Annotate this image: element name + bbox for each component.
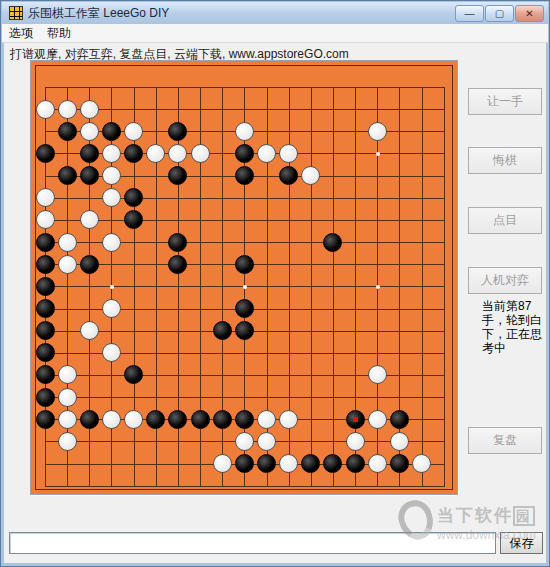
white-stone — [368, 122, 387, 141]
white-stone — [235, 122, 254, 141]
star-point — [376, 285, 380, 289]
title-bar: 乐围棋工作室 LeeeGo DIY — ▢ ✕ — [2, 2, 548, 24]
white-stone — [191, 144, 210, 163]
black-stone — [168, 255, 187, 274]
white-stone — [257, 144, 276, 163]
white-stone — [412, 454, 431, 473]
minimize-button[interactable]: — — [455, 5, 484, 22]
grid-line-v — [444, 87, 445, 487]
black-stone — [36, 299, 55, 318]
white-stone — [257, 432, 276, 451]
white-stone — [257, 410, 276, 429]
menu-bar: 选项 帮助 — [2, 24, 548, 43]
black-stone — [257, 454, 276, 473]
black-stone — [36, 255, 55, 274]
black-stone — [58, 122, 77, 141]
go-board[interactable] — [30, 60, 458, 495]
black-stone — [213, 321, 232, 340]
white-stone — [279, 410, 298, 429]
caption-buttons: — ▢ ✕ — [455, 5, 544, 22]
app-window: 乐围棋工作室 LeeeGo DIY — ▢ ✕ 选项 帮助 打谱观摩, 对弈互弈… — [0, 0, 550, 567]
grid-line-h — [45, 486, 445, 487]
message-input[interactable] — [9, 532, 496, 554]
white-stone — [36, 100, 55, 119]
window-title: 乐围棋工作室 LeeeGo DIY — [28, 5, 455, 22]
white-stone — [80, 100, 99, 119]
white-stone — [390, 432, 409, 451]
white-stone — [58, 365, 77, 384]
white-stone — [80, 321, 99, 340]
white-stone — [80, 122, 99, 141]
white-stone — [168, 144, 187, 163]
black-stone — [168, 122, 187, 141]
black-stone — [279, 166, 298, 185]
count-button[interactable]: 点目 — [468, 207, 542, 234]
black-stone — [235, 454, 254, 473]
black-stone — [346, 454, 365, 473]
white-stone — [102, 188, 121, 207]
star-point — [376, 152, 380, 156]
black-stone — [36, 233, 55, 252]
white-stone — [124, 122, 143, 141]
white-stone — [58, 388, 77, 407]
black-stone — [235, 410, 254, 429]
black-stone — [80, 255, 99, 274]
black-stone — [124, 188, 143, 207]
close-button[interactable]: ✕ — [515, 5, 544, 22]
white-stone — [279, 144, 298, 163]
white-stone — [368, 365, 387, 384]
black-stone — [58, 166, 77, 185]
black-stone — [102, 122, 121, 141]
black-stone — [323, 454, 342, 473]
white-stone — [368, 454, 387, 473]
black-stone — [168, 166, 187, 185]
black-stone — [36, 277, 55, 296]
white-stone — [102, 299, 121, 318]
status-text: 当前第87手，轮到白下，正在思考中 — [482, 299, 548, 355]
black-stone — [323, 233, 342, 252]
white-stone — [346, 432, 365, 451]
black-stone — [124, 144, 143, 163]
black-stone — [301, 454, 320, 473]
white-stone — [102, 410, 121, 429]
last-move-marker — [353, 417, 358, 422]
black-stone — [80, 166, 99, 185]
review-button[interactable]: 复盘 — [468, 427, 542, 454]
handicap-button[interactable]: 让一手 — [468, 88, 542, 115]
white-stone — [146, 144, 165, 163]
maximize-button[interactable]: ▢ — [485, 5, 514, 22]
white-stone — [213, 454, 232, 473]
save-button[interactable]: 保存 — [500, 532, 543, 554]
grid-line-v — [311, 87, 312, 487]
black-stone — [235, 144, 254, 163]
white-stone — [301, 166, 320, 185]
menu-help[interactable]: 帮助 — [40, 23, 78, 44]
grid-line-v — [333, 87, 334, 487]
black-stone — [168, 410, 187, 429]
white-stone — [124, 410, 143, 429]
black-stone — [80, 144, 99, 163]
grid-line-h — [45, 397, 445, 398]
star-point — [243, 285, 247, 289]
black-stone — [36, 343, 55, 362]
white-stone — [102, 233, 121, 252]
white-stone — [102, 166, 121, 185]
black-stone — [191, 410, 210, 429]
black-stone — [36, 144, 55, 163]
white-stone — [36, 210, 55, 229]
black-stone — [36, 410, 55, 429]
white-stone — [80, 210, 99, 229]
undo-button[interactable]: 悔棋 — [468, 147, 542, 174]
app-icon — [9, 6, 23, 20]
white-stone — [368, 410, 387, 429]
black-stone — [36, 321, 55, 340]
black-stone — [80, 410, 99, 429]
white-stone — [58, 255, 77, 274]
white-stone — [36, 188, 55, 207]
white-stone — [235, 432, 254, 451]
white-stone — [279, 454, 298, 473]
black-stone — [36, 365, 55, 384]
white-stone — [102, 343, 121, 362]
black-stone — [390, 454, 409, 473]
black-stone — [146, 410, 165, 429]
black-stone — [235, 299, 254, 318]
ai-match-button[interactable]: 人机对弈 — [468, 267, 542, 294]
black-stone — [36, 388, 55, 407]
black-stone — [213, 410, 232, 429]
watermark-brand-boxed: 园 — [513, 506, 535, 526]
black-stone — [390, 410, 409, 429]
watermark-brand: 当下软件 — [437, 506, 513, 525]
star-point — [110, 285, 114, 289]
white-stone — [102, 144, 121, 163]
black-stone — [235, 255, 254, 274]
black-stone — [124, 210, 143, 229]
white-stone — [58, 233, 77, 252]
black-stone — [124, 365, 143, 384]
white-stone — [58, 100, 77, 119]
grid-line-v — [422, 87, 423, 487]
black-stone — [235, 166, 254, 185]
white-stone — [58, 410, 77, 429]
black-stone — [168, 233, 187, 252]
white-stone — [58, 432, 77, 451]
menu-options[interactable]: 选项 — [2, 23, 40, 44]
black-stone — [235, 321, 254, 340]
